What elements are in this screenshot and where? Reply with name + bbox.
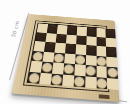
board-square[interactable]: ● <box>73 75 85 87</box>
board-square[interactable] <box>85 76 96 88</box>
dark-man[interactable]: ● <box>96 36 106 46</box>
board-square[interactable]: ● <box>86 27 96 36</box>
playfield: ●●●●●●●●●●●●●●●●●●●●●●●● <box>27 23 107 89</box>
dark-man[interactable]: ● <box>76 35 86 45</box>
dark-man[interactable]: ● <box>86 45 96 55</box>
board-square[interactable]: ● <box>107 67 118 79</box>
dark-man[interactable]: ● <box>106 28 116 37</box>
board-border: ●●●●●●●●●●●●●●●●●●●●●●●● <box>23 20 109 92</box>
dark-man[interactable]: ● <box>86 27 96 36</box>
product-photo: 50 cm 50 cm ●●●●●●●●●●●●●●●●●●●●●●●● <box>0 0 130 104</box>
light-man[interactable]: ● <box>73 75 85 87</box>
board-perspective-wrapper: ●●●●●●●●●●●●●●●●●●●●●●●● <box>11 14 119 102</box>
board-square[interactable]: ● <box>28 71 41 83</box>
dark-man[interactable]: ● <box>65 43 76 53</box>
light-man[interactable]: ● <box>85 65 96 77</box>
light-man[interactable]: ● <box>75 53 86 64</box>
board-tilt-wrapper: ●●●●●●●●●●●●●●●●●●●●●●●● <box>11 0 127 104</box>
board-square[interactable]: ● <box>76 35 86 45</box>
board-square[interactable]: ● <box>67 26 77 35</box>
board-square[interactable]: ● <box>65 43 76 53</box>
light-man[interactable]: ● <box>63 63 75 75</box>
board-square[interactable]: ● <box>106 29 116 39</box>
board-square[interactable]: ● <box>96 77 107 89</box>
checkers-board: ●●●●●●●●●●●●●●●●●●●●●●●● <box>11 14 119 102</box>
board-square[interactable]: ● <box>86 45 96 56</box>
board-square[interactable]: ● <box>96 56 107 67</box>
board-square[interactable]: ● <box>106 47 117 58</box>
light-man[interactable]: ● <box>51 73 63 85</box>
light-man[interactable]: ● <box>96 76 107 88</box>
board-square[interactable] <box>62 74 74 86</box>
board-square[interactable]: ● <box>96 37 106 47</box>
light-man[interactable]: ● <box>107 66 118 78</box>
light-man[interactable]: ● <box>28 71 41 83</box>
light-man[interactable]: ● <box>96 55 107 66</box>
board-square[interactable]: ● <box>50 73 62 85</box>
board-square[interactable]: ● <box>63 63 75 75</box>
dark-man[interactable]: ● <box>67 25 77 34</box>
board-square[interactable]: ● <box>85 65 96 77</box>
brand-stamp <box>99 94 110 98</box>
dark-man[interactable]: ● <box>106 46 117 57</box>
board-square[interactable]: ● <box>75 54 86 65</box>
board-square[interactable] <box>107 78 119 91</box>
